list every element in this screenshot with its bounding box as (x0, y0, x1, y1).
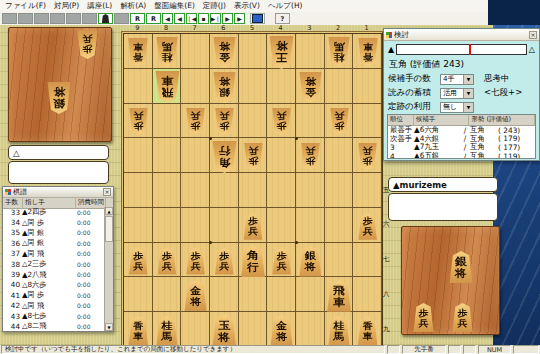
rank-label: 八 (383, 290, 390, 299)
square-5二[interactable] (239, 69, 268, 104)
kifu-move: ▲同 飛 (22, 249, 77, 259)
chevron-down-icon[interactable]: ▼ (463, 103, 473, 112)
stop-button[interactable]: ▪ (198, 13, 209, 24)
square-6六[interactable] (210, 208, 239, 243)
save-kifu-button[interactable] (34, 13, 49, 24)
kifu-move: △8二飛 (22, 321, 77, 331)
square-3八[interactable] (296, 277, 325, 312)
square-9四[interactable] (124, 138, 153, 173)
status-spacer-2 (448, 345, 461, 354)
analysis-dropdown[interactable]: 4手▼ (440, 74, 474, 85)
square-5五[interactable] (239, 173, 268, 208)
menu-item[interactable]: ファイル(F) (5, 1, 46, 11)
hoshi-dot (209, 241, 212, 244)
kifu-move: ▲8七歩 (22, 311, 77, 321)
analysis-window-icon (386, 32, 392, 38)
square-7四[interactable] (181, 138, 210, 173)
square-9六[interactable] (124, 208, 153, 243)
kifu-row[interactable]: 33▲2四歩0:00 (3, 207, 104, 217)
status-spacer-4 (513, 345, 539, 354)
status-spacer-1 (387, 345, 400, 354)
square-1八[interactable] (353, 277, 382, 312)
kifu-time: 0:00 (77, 229, 104, 236)
kifu-move: △同 飛 (22, 301, 77, 311)
dropdown-value: 無し (441, 103, 463, 112)
kifu-row[interactable]: 34△同 歩0:00 (3, 217, 104, 227)
file-label: 7 (180, 24, 209, 32)
candidate-list[interactable]: 順位候補手形勢 (評価値) 最善手▲6六角/互角( 243)次善手▲4六銀/互角… (387, 114, 536, 159)
kifu-row[interactable]: 39▲2八飛0:00 (3, 269, 104, 279)
analysis-window-button[interactable] (250, 13, 265, 24)
square-8五[interactable] (153, 173, 182, 208)
evaluation-tick (469, 44, 471, 55)
square-4八[interactable] (267, 277, 296, 312)
kifu-move-number: 44 (3, 322, 22, 331)
kifu-move-number: 42 (3, 301, 22, 310)
kifu-move: △8六歩 (22, 280, 77, 290)
board-edit-button[interactable] (98, 13, 113, 24)
scroll-up-icon[interactable]: ▲ (105, 207, 113, 215)
kifu-time: 0:00 (77, 209, 104, 216)
square-6五[interactable] (210, 173, 239, 208)
candidate-move: ▲6五銀 (414, 151, 460, 159)
kifu-move: ▲同 歩 (22, 290, 77, 300)
menu-item[interactable]: 解析(A) (120, 1, 146, 11)
kifu-time: 0:00 (77, 250, 104, 257)
file-label: 2 (324, 24, 353, 32)
analysis-note: <七段+> (484, 87, 522, 99)
gote-mark: △ (13, 148, 20, 158)
kifu-move: ▲2四歩 (22, 207, 77, 217)
square-8六[interactable] (153, 208, 182, 243)
square-2二[interactable] (325, 69, 354, 104)
analysis-control-row: 読みの蓄積活用▼<七段+> (384, 86, 539, 100)
kifu-move: ▲2八飛 (22, 270, 77, 280)
kifu-window: 棋譜 × 手数指し手消費時間 33▲2四歩0:0034△同 歩0:0035▲同 … (2, 186, 114, 332)
rank-label: 六 (383, 220, 390, 229)
square-9五[interactable] (124, 173, 153, 208)
kifu-time: 0:00 (77, 281, 104, 288)
analysis-dropdown[interactable]: 活用▼ (440, 88, 474, 99)
kifu-move-number: 40 (3, 280, 22, 289)
square-7六[interactable] (181, 208, 210, 243)
square-7一[interactable] (181, 34, 210, 69)
square-4六[interactable] (267, 208, 296, 243)
kifu-time: 0:00 (77, 261, 104, 268)
menu-item[interactable]: 定跡(J) (203, 1, 226, 11)
menu-item[interactable]: 盤面編集(E) (154, 1, 195, 11)
kifu-time: 0:00 (77, 292, 104, 299)
square-8三[interactable] (153, 104, 182, 139)
file-label: 6 (209, 24, 238, 32)
kifu-move: △同 銀 (22, 238, 77, 248)
candidate-rank: 4 (388, 152, 414, 159)
square-3九[interactable] (296, 312, 325, 347)
evaluation-summary: 互角 (評価値 243) (384, 56, 539, 72)
square-3一[interactable] (296, 34, 325, 69)
rank-label: 七 (383, 255, 390, 264)
square-1二[interactable] (353, 69, 382, 104)
square-1三[interactable] (353, 104, 382, 139)
analysis-dropdown[interactable]: 無し▼ (440, 102, 474, 113)
copy-button[interactable] (66, 13, 81, 24)
game-start-button[interactable] (114, 13, 129, 24)
square-5九[interactable] (239, 312, 268, 347)
kifu-row[interactable]: 35▲同 銀0:00 (3, 228, 104, 238)
analysis-control-row: 候補手の数4手▼思考中 (384, 72, 539, 86)
dropdown-value: 4手 (441, 75, 463, 84)
square-7五[interactable] (181, 173, 210, 208)
file-label: 3 (295, 24, 324, 32)
file-label: 4 (266, 24, 295, 32)
square-4五[interactable] (267, 173, 296, 208)
forward-10-button[interactable]: ▶ (222, 13, 233, 24)
square-9八[interactable] (124, 277, 153, 312)
kifu-time: 0:00 (77, 313, 104, 320)
evaluation-bar-row: ▲ △ (384, 41, 539, 56)
square-8四[interactable] (153, 138, 182, 173)
analysis-control-label: 定跡の利用 (388, 101, 440, 113)
menu-item[interactable]: 講座(L) (87, 1, 112, 11)
evaluation-bar (396, 44, 527, 55)
kifu-time: 0:00 (77, 302, 104, 309)
print-button[interactable] (50, 13, 65, 24)
kifu-move-number: 41 (3, 291, 22, 300)
kifu-row[interactable]: 36△同 銀0:00 (3, 238, 104, 248)
candidate-score: ( 119) (498, 152, 535, 159)
board-grid: 香車桂馬金将王将桂馬香車飛車銀将金将歩兵歩兵歩兵歩兵歩兵角行歩兵歩兵歩兵歩兵歩兵… (123, 33, 383, 348)
kifu-move-number: 35 (3, 228, 22, 237)
file-label: 1 (352, 24, 381, 32)
kifu-close-icon[interactable]: × (103, 188, 111, 196)
kifu-scrollbar[interactable]: ▲ ▼ (104, 207, 113, 331)
candidate-row[interactable]: 次善手▲4六銀/互角( 179) (388, 135, 535, 144)
square-9二[interactable] (124, 69, 153, 104)
square-5八[interactable] (239, 277, 268, 312)
black-mark: ▲ (388, 45, 394, 54)
square-2五[interactable] (325, 173, 354, 208)
kifu-move-number: 34 (3, 218, 22, 227)
kifu-time: 0:00 (77, 323, 104, 330)
status-message: 検討中です（いつでも手を指したり、これまでの局面に移動したりできます） (1, 345, 385, 354)
analysis-control-label: 候補手の数 (388, 73, 440, 85)
kifu-time: 0:00 (77, 219, 104, 226)
candidate-eval: 互角 (470, 151, 498, 159)
candidate-column-0: 順位 (388, 115, 414, 125)
hoshi-dot (295, 241, 298, 244)
kifu-row[interactable]: 37▲同 飛0:00 (3, 249, 104, 259)
square-3五[interactable] (296, 173, 325, 208)
menu-item[interactable]: 表示(V) (234, 1, 260, 11)
kifu-move-number: 33 (3, 208, 22, 217)
menu-item[interactable]: ヘルプ(H) (268, 1, 303, 11)
last-move-button[interactable]: ▶ (234, 13, 245, 24)
chevron-down-icon[interactable]: ▼ (463, 89, 473, 98)
white-mark: △ (529, 45, 535, 54)
analysis-title: 検討 (394, 30, 409, 40)
kifu-move: ▲同 銀 (22, 228, 77, 238)
kifu-move-number: 36 (3, 239, 22, 248)
kifu-move-number: 43 (3, 312, 22, 321)
help-button[interactable]: ? (275, 13, 290, 24)
square-2六[interactable] (325, 208, 354, 243)
app-window: ファイル(F)対局(P)講座(L)解析(A)盤面編集(E)定跡(J)表示(V)ヘ… (0, 0, 540, 354)
menu-item[interactable]: 対局(P) (54, 1, 79, 11)
gote-name-box: △ (8, 145, 109, 160)
candidate-column-1: 候補手 (414, 115, 470, 125)
kifu-row[interactable]: 41▲同 歩0:00 (3, 290, 104, 300)
square-3三[interactable] (296, 104, 325, 139)
analysis-note: 思考中 (484, 73, 510, 85)
kifu-move: △2三歩 (22, 259, 77, 269)
num-lock-indicator: NUM (478, 345, 511, 354)
kifu-row[interactable]: 42△同 飛0:00 (3, 301, 104, 311)
hoshi-dot (209, 137, 212, 140)
scroll-down-icon[interactable]: ▼ (105, 323, 113, 331)
sente-name-label: ▲murizeme (393, 180, 447, 190)
square-1五[interactable] (353, 173, 382, 208)
kifu-title-bar[interactable]: 棋譜 × (3, 187, 113, 198)
candidate-row[interactable]: 4▲6五銀/互角( 119) (388, 152, 535, 159)
kifu-move-number: 39 (3, 270, 22, 279)
candidate-column-2: 形勢 (評価値) (469, 115, 535, 125)
analysis-title-bar[interactable]: 検討 × (384, 29, 539, 41)
square-6八[interactable] (210, 277, 239, 312)
kifu-row[interactable]: 38△2三歩0:00 (3, 259, 104, 269)
kifu-row[interactable]: 44△8二飛0:00 (3, 321, 104, 331)
kifu-move-list[interactable]: 33▲2四歩0:0034△同 歩0:0035▲同 銀0:0036△同 銀0:00… (3, 207, 104, 331)
square-2四[interactable] (325, 138, 354, 173)
file-coordinates: 987654321 (123, 24, 381, 32)
first-move-button[interactable]: ◀ (162, 13, 173, 24)
hoshi-dot (295, 137, 298, 140)
analysis-controls: 候補手の数4手▼思考中読みの蓄積活用▼<七段+>定跡の利用無し▼ (384, 72, 539, 114)
file-label: 9 (123, 24, 152, 32)
kifu-row[interactable]: 43▲8七歩0:00 (3, 311, 104, 321)
kifu-time: 0:00 (77, 240, 104, 247)
kifu-move: △同 歩 (22, 218, 77, 228)
square-4四[interactable] (267, 138, 296, 173)
sente-name-box: ▲murizeme (388, 177, 498, 192)
new-kifu-button[interactable] (2, 13, 17, 24)
analysis-control-row: 定跡の利用無し▼ (384, 100, 539, 114)
status-spacer-3 (463, 345, 476, 354)
kifu-rotate-button[interactable]: R (130, 13, 145, 24)
file-label: 8 (152, 24, 181, 32)
scroll-thumb[interactable] (105, 216, 113, 242)
square-7九[interactable] (181, 312, 210, 347)
kifu-move-number: 38 (3, 260, 22, 269)
gote-info-box (8, 161, 109, 184)
sente-info-box (388, 193, 498, 221)
open-kifu-button[interactable] (18, 13, 33, 24)
candidate-row[interactable]: 3▲7九玉/互角( 177) (388, 143, 535, 152)
turn-indicator: 先手番 (402, 345, 446, 354)
analysis-control-label: 読みの蓄積 (388, 87, 440, 99)
candidate-separator: / (460, 152, 470, 159)
square-3六[interactable] (296, 208, 325, 243)
kifu-title: 棋譜 (13, 187, 27, 197)
square-4二[interactable] (267, 69, 296, 104)
dropdown-value: 活用 (441, 89, 463, 98)
square-7二[interactable] (181, 69, 210, 104)
menu-bar: ファイル(F)対局(P)講座(L)解析(A)盤面編集(E)定跡(J)表示(V)ヘ… (0, 0, 493, 12)
forward-1-button[interactable]: ▶❘ (210, 13, 221, 24)
kifu-time: 0:00 (77, 271, 104, 278)
paste-button[interactable] (82, 13, 97, 24)
chevron-down-icon[interactable]: ▼ (463, 75, 473, 84)
kifu-replay-button[interactable]: R (146, 13, 161, 24)
analysis-window: 検討 × ▲ △ 互角 (評価値 243) 候補手の数4手▼思考中読みの蓄積活用… (383, 28, 540, 161)
candidate-rows[interactable]: 最善手▲6六角/互角( 243)次善手▲4六銀/互角( 179)3▲7九玉/互角… (388, 126, 535, 159)
square-5一[interactable] (239, 34, 268, 69)
square-2七[interactable] (325, 243, 354, 278)
back-10-button[interactable]: ◀ (174, 13, 185, 24)
kifu-move-number: 37 (3, 249, 22, 258)
kifu-window-icon (5, 189, 11, 195)
status-bar: 検討中です（いつでも手を指したり、これまでの局面に移動したりできます） 先手番 … (0, 345, 540, 354)
square-5三[interactable] (239, 104, 268, 139)
rank-label: 九 (383, 325, 390, 334)
square-1七[interactable] (353, 243, 382, 278)
desktop-corner (488, 0, 540, 25)
kifu-row[interactable]: 40△8六歩0:00 (3, 280, 104, 290)
back-1-button[interactable]: ❘◀ (186, 13, 197, 24)
square-8八[interactable] (153, 277, 182, 312)
analysis-close-icon[interactable]: × (529, 31, 537, 39)
file-label: 5 (238, 24, 267, 32)
